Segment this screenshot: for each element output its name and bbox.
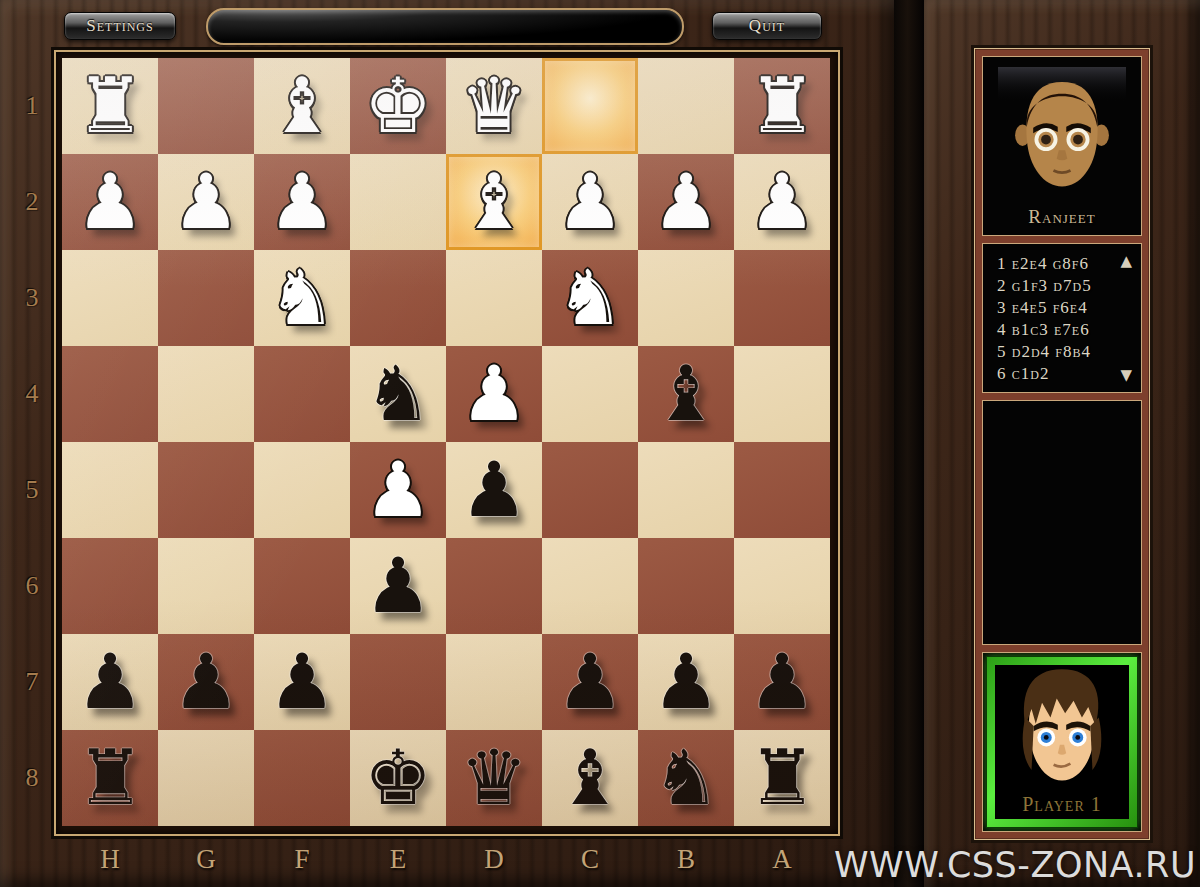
file-label-b: B bbox=[638, 836, 734, 882]
square-e2[interactable] bbox=[350, 154, 446, 250]
square-e8[interactable]: ♚ bbox=[350, 730, 446, 826]
scroll-up-arrow[interactable]: ▲ bbox=[1120, 252, 1132, 270]
active-player-frame: Player 1 bbox=[986, 656, 1138, 828]
file-label-a: A bbox=[734, 836, 830, 882]
move-list-box: 1 e2e4 g8f62 g1f3 d7d53 e4e5 f6e44 b1c3 … bbox=[982, 243, 1142, 393]
black-queen: ♛ bbox=[460, 740, 528, 816]
square-c1[interactable] bbox=[542, 58, 638, 154]
square-h4[interactable] bbox=[62, 346, 158, 442]
file-label-c: C bbox=[542, 836, 638, 882]
square-f2[interactable]: ♟ bbox=[254, 154, 350, 250]
square-e4[interactable]: ♞ bbox=[350, 346, 446, 442]
black-rook: ♜ bbox=[76, 740, 144, 816]
square-e7[interactable] bbox=[350, 634, 446, 730]
white-pawn: ♟ bbox=[364, 452, 432, 528]
opponent-avatar bbox=[983, 61, 1141, 201]
white-knight: ♞ bbox=[268, 260, 336, 336]
square-f7[interactable]: ♟ bbox=[254, 634, 350, 730]
square-h7[interactable]: ♟ bbox=[62, 634, 158, 730]
square-f3[interactable]: ♞ bbox=[254, 250, 350, 346]
square-b3[interactable] bbox=[638, 250, 734, 346]
square-d4[interactable]: ♟ bbox=[446, 346, 542, 442]
move-list: 1 e2e4 g8f62 g1f3 d7d53 e4e5 f6e44 b1c3 … bbox=[983, 244, 1141, 391]
white-rook: ♜ bbox=[76, 68, 144, 144]
square-e1[interactable]: ♚ bbox=[350, 58, 446, 154]
black-knight: ♞ bbox=[652, 740, 720, 816]
square-g7[interactable]: ♟ bbox=[158, 634, 254, 730]
square-h8[interactable]: ♜ bbox=[62, 730, 158, 826]
square-b2[interactable]: ♟ bbox=[638, 154, 734, 250]
black-bishop: ♝ bbox=[652, 356, 720, 432]
square-a4[interactable] bbox=[734, 346, 830, 442]
square-g3[interactable] bbox=[158, 250, 254, 346]
square-d3[interactable] bbox=[446, 250, 542, 346]
move-row: 4 b1c3 e7e6 bbox=[997, 319, 1129, 341]
square-g8[interactable] bbox=[158, 730, 254, 826]
square-g5[interactable] bbox=[158, 442, 254, 538]
square-c5[interactable] bbox=[542, 442, 638, 538]
file-label-h: H bbox=[62, 836, 158, 882]
square-d1[interactable]: ♛ bbox=[446, 58, 542, 154]
black-knight: ♞ bbox=[364, 356, 432, 432]
square-g2[interactable]: ♟ bbox=[158, 154, 254, 250]
square-c7[interactable]: ♟ bbox=[542, 634, 638, 730]
black-pawn: ♟ bbox=[172, 644, 240, 720]
white-rook: ♜ bbox=[748, 68, 816, 144]
move-row: 5 d2d4 f8b4 bbox=[997, 341, 1129, 363]
white-pawn: ♟ bbox=[268, 164, 336, 240]
square-f5[interactable] bbox=[254, 442, 350, 538]
player1-avatar-image bbox=[999, 665, 1125, 791]
board-panel: Settings Quit ♜♝♚♛♜♟♟♟♝♟♟♟♞♞♞♟♝♟♟♟♟♟♟♟♟♟… bbox=[0, 0, 894, 887]
square-a2[interactable]: ♟ bbox=[734, 154, 830, 250]
square-c4[interactable] bbox=[542, 346, 638, 442]
square-e5[interactable]: ♟ bbox=[350, 442, 446, 538]
square-c3[interactable]: ♞ bbox=[542, 250, 638, 346]
ranjeet-avatar-image bbox=[998, 61, 1126, 201]
rank-label-6: 6 bbox=[14, 538, 50, 634]
white-pawn: ♟ bbox=[556, 164, 624, 240]
square-a7[interactable]: ♟ bbox=[734, 634, 830, 730]
black-rook: ♜ bbox=[748, 740, 816, 816]
square-b6[interactable] bbox=[638, 538, 734, 634]
square-d6[interactable] bbox=[446, 538, 542, 634]
move-row: 2 g1f3 d7d5 bbox=[997, 275, 1129, 297]
chess-app-window: Settings Quit ♜♝♚♛♜♟♟♟♝♟♟♟♞♞♞♟♝♟♟♟♟♟♟♟♟♟… bbox=[0, 0, 1200, 887]
square-c8[interactable]: ♝ bbox=[542, 730, 638, 826]
settings-button[interactable]: Settings bbox=[64, 12, 176, 40]
square-g4[interactable] bbox=[158, 346, 254, 442]
rank-label-3: 3 bbox=[14, 250, 50, 346]
rank-label-4: 4 bbox=[14, 346, 50, 442]
player-name: Player 1 bbox=[995, 793, 1129, 816]
move-row: 6 c1d2 bbox=[997, 363, 1129, 385]
rank-label-7: 7 bbox=[14, 634, 50, 730]
file-label-d: D bbox=[446, 836, 542, 882]
white-pawn: ♟ bbox=[652, 164, 720, 240]
square-g1[interactable] bbox=[158, 58, 254, 154]
move-row: 3 e4e5 f6e4 bbox=[997, 297, 1129, 319]
empty-info-box bbox=[982, 400, 1142, 645]
square-h6[interactable] bbox=[62, 538, 158, 634]
black-pawn: ♟ bbox=[268, 644, 336, 720]
move-row: 1 e2e4 g8f6 bbox=[997, 253, 1129, 275]
board-grid: ♜♝♚♛♜♟♟♟♝♟♟♟♞♞♞♟♝♟♟♟♟♟♟♟♟♟♜♚♛♝♞♜ bbox=[62, 58, 830, 826]
quit-button[interactable]: Quit bbox=[712, 12, 822, 40]
white-pawn: ♟ bbox=[748, 164, 816, 240]
square-f6[interactable] bbox=[254, 538, 350, 634]
square-f1[interactable]: ♝ bbox=[254, 58, 350, 154]
player-avatar-wrap bbox=[995, 665, 1129, 791]
white-queen: ♛ bbox=[460, 68, 528, 144]
white-pawn: ♟ bbox=[76, 164, 144, 240]
file-label-e: E bbox=[350, 836, 446, 882]
square-b4[interactable]: ♝ bbox=[638, 346, 734, 442]
sidebar-stack: Ranjeet 1 e2e4 g8f62 g1f3 d7d53 e4e5 f6e… bbox=[974, 48, 1150, 840]
white-bishop: ♝ bbox=[460, 164, 528, 240]
black-pawn: ♟ bbox=[556, 644, 624, 720]
black-bishop: ♝ bbox=[556, 740, 624, 816]
opponent-box: Ranjeet bbox=[982, 56, 1142, 236]
white-king: ♚ bbox=[364, 68, 432, 144]
black-king: ♚ bbox=[364, 740, 432, 816]
watermark-text: WWW.CSS-ZONA.RU bbox=[834, 845, 1196, 885]
panel-divider bbox=[894, 0, 924, 887]
square-d5[interactable]: ♟ bbox=[446, 442, 542, 538]
square-f4[interactable] bbox=[254, 346, 350, 442]
square-h5[interactable] bbox=[62, 442, 158, 538]
square-a6[interactable] bbox=[734, 538, 830, 634]
square-a5[interactable] bbox=[734, 442, 830, 538]
black-pawn: ♟ bbox=[364, 548, 432, 624]
square-a3[interactable] bbox=[734, 250, 830, 346]
square-a8[interactable]: ♜ bbox=[734, 730, 830, 826]
white-bishop: ♝ bbox=[268, 68, 336, 144]
file-label-g: G bbox=[158, 836, 254, 882]
rank-labels: 12345678 bbox=[14, 58, 50, 826]
white-pawn: ♟ bbox=[460, 356, 528, 432]
black-pawn: ♟ bbox=[460, 452, 528, 528]
opponent-name: Ranjeet bbox=[983, 206, 1141, 228]
black-pawn: ♟ bbox=[76, 644, 144, 720]
square-h2[interactable]: ♟ bbox=[62, 154, 158, 250]
black-pawn: ♟ bbox=[652, 644, 720, 720]
square-e3[interactable] bbox=[350, 250, 446, 346]
rank-label-2: 2 bbox=[14, 154, 50, 250]
square-b1[interactable] bbox=[638, 58, 734, 154]
square-a1[interactable]: ♜ bbox=[734, 58, 830, 154]
square-b8[interactable]: ♞ bbox=[638, 730, 734, 826]
square-h3[interactable] bbox=[62, 250, 158, 346]
rank-label-1: 1 bbox=[14, 58, 50, 154]
file-label-f: F bbox=[254, 836, 350, 882]
square-c6[interactable] bbox=[542, 538, 638, 634]
file-labels: HGFEDCBA bbox=[62, 836, 830, 882]
white-pawn: ♟ bbox=[172, 164, 240, 240]
square-d8[interactable]: ♛ bbox=[446, 730, 542, 826]
message-display bbox=[206, 8, 684, 45]
black-pawn: ♟ bbox=[748, 644, 816, 720]
square-b5[interactable] bbox=[638, 442, 734, 538]
square-b7[interactable]: ♟ bbox=[638, 634, 734, 730]
player-box: Player 1 bbox=[982, 652, 1142, 832]
sidebar-panel: Ranjeet 1 e2e4 g8f62 g1f3 d7d53 e4e5 f6e… bbox=[924, 0, 1200, 887]
square-g6[interactable] bbox=[158, 538, 254, 634]
square-f8[interactable] bbox=[254, 730, 350, 826]
square-d7[interactable] bbox=[446, 634, 542, 730]
white-knight: ♞ bbox=[556, 260, 624, 336]
rank-label-8: 8 bbox=[14, 730, 50, 826]
square-h1[interactable]: ♜ bbox=[62, 58, 158, 154]
square-c2[interactable]: ♟ bbox=[542, 154, 638, 250]
rank-label-5: 5 bbox=[14, 442, 50, 538]
square-e6[interactable]: ♟ bbox=[350, 538, 446, 634]
player-avatar: Player 1 bbox=[995, 665, 1129, 819]
square-d2[interactable]: ♝ bbox=[446, 154, 542, 250]
scroll-down-arrow[interactable]: ▼ bbox=[1120, 366, 1132, 384]
